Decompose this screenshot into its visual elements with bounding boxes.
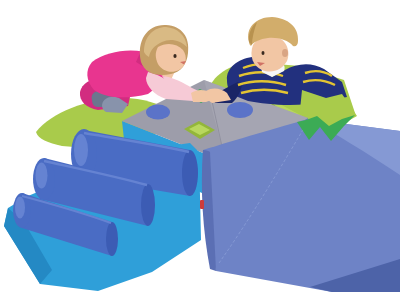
soft-play-scene [0,0,400,300]
roller-cap-highlight [15,197,25,219]
roller-end [182,150,198,196]
product-photo [0,0,400,300]
roller-end [141,184,155,226]
platform-circle-right [227,102,253,118]
roller-end [106,222,118,256]
roller-cap-highlight [36,163,48,189]
platform-circle-left [146,105,170,120]
slide-label-tag [200,200,204,209]
boy-eye [262,51,265,55]
boy-ear [282,49,288,57]
roller-cap-highlight [74,134,88,166]
slide-wedge [200,119,400,292]
girl-eye [173,54,176,58]
